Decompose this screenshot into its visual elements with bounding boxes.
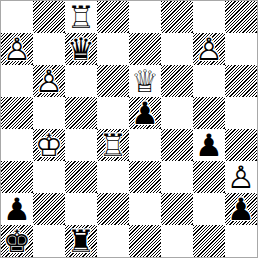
square-c8[interactable]: ♜♖	[65, 1, 97, 33]
square-d5[interactable]	[97, 97, 129, 129]
piece-white-pawn: ♟♙	[193, 33, 225, 65]
square-c4[interactable]	[65, 129, 97, 161]
piece-white-king: ♚♔	[33, 129, 65, 161]
square-d3[interactable]	[97, 161, 129, 193]
square-f8[interactable]	[161, 1, 193, 33]
square-d7[interactable]	[97, 33, 129, 65]
square-f7[interactable]	[161, 33, 193, 65]
square-d4[interactable]: ♜♖	[97, 129, 129, 161]
square-c7[interactable]: ♛	[65, 33, 97, 65]
piece-white-rook: ♜♖	[97, 129, 129, 161]
square-b6[interactable]: ♟♙	[33, 65, 65, 97]
square-g2[interactable]	[193, 193, 225, 225]
square-h1[interactable]	[225, 225, 257, 257]
square-f5[interactable]	[161, 97, 193, 129]
square-a2[interactable]: ♟	[1, 193, 33, 225]
square-e3[interactable]	[129, 161, 161, 193]
piece-black-king: ♚	[1, 225, 33, 257]
piece-white-rook: ♜♖	[65, 1, 97, 33]
square-b1[interactable]	[33, 225, 65, 257]
piece-white-pawn: ♟♙	[225, 161, 257, 193]
square-h5[interactable]	[225, 97, 257, 129]
square-b3[interactable]	[33, 161, 65, 193]
square-c5[interactable]	[65, 97, 97, 129]
square-c6[interactable]	[65, 65, 97, 97]
square-b7[interactable]	[33, 33, 65, 65]
square-h7[interactable]	[225, 33, 257, 65]
square-h3[interactable]: ♟♙	[225, 161, 257, 193]
square-e5[interactable]: ♟	[129, 97, 161, 129]
chess-board: ♜♖♟♙♛♟♙♟♙♛♕♟♚♔♜♖♟♟♙♟♟♚♜	[0, 0, 258, 258]
square-h4[interactable]	[225, 129, 257, 161]
square-c2[interactable]	[65, 193, 97, 225]
square-e1[interactable]	[129, 225, 161, 257]
piece-white-pawn: ♟♙	[33, 65, 65, 97]
square-a3[interactable]	[1, 161, 33, 193]
square-g1[interactable]	[193, 225, 225, 257]
square-h8[interactable]	[225, 1, 257, 33]
square-f4[interactable]	[161, 129, 193, 161]
square-g3[interactable]	[193, 161, 225, 193]
square-g7[interactable]: ♟♙	[193, 33, 225, 65]
square-e8[interactable]	[129, 1, 161, 33]
square-e2[interactable]	[129, 193, 161, 225]
square-b4[interactable]: ♚♔	[33, 129, 65, 161]
square-e4[interactable]	[129, 129, 161, 161]
piece-white-queen: ♛♕	[129, 65, 161, 97]
piece-white-pawn: ♟♙	[1, 33, 33, 65]
piece-black-queen: ♛	[65, 33, 97, 65]
square-a4[interactable]	[1, 129, 33, 161]
square-h2[interactable]: ♟	[225, 193, 257, 225]
square-g6[interactable]	[193, 65, 225, 97]
piece-black-pawn: ♟	[129, 97, 161, 129]
piece-black-pawn: ♟	[193, 129, 225, 161]
square-a6[interactable]	[1, 65, 33, 97]
piece-black-rook: ♜	[65, 225, 97, 257]
square-b8[interactable]	[33, 1, 65, 33]
square-a5[interactable]	[1, 97, 33, 129]
square-e6[interactable]: ♛♕	[129, 65, 161, 97]
square-g4[interactable]: ♟	[193, 129, 225, 161]
piece-black-pawn: ♟	[225, 193, 257, 225]
square-d1[interactable]	[97, 225, 129, 257]
square-d2[interactable]	[97, 193, 129, 225]
square-b5[interactable]	[33, 97, 65, 129]
square-c1[interactable]: ♜	[65, 225, 97, 257]
square-f6[interactable]	[161, 65, 193, 97]
square-f2[interactable]	[161, 193, 193, 225]
square-a7[interactable]: ♟♙	[1, 33, 33, 65]
square-d8[interactable]	[97, 1, 129, 33]
square-a1[interactable]: ♚	[1, 225, 33, 257]
piece-black-pawn: ♟	[1, 193, 33, 225]
square-g8[interactable]	[193, 1, 225, 33]
square-d6[interactable]	[97, 65, 129, 97]
square-g5[interactable]	[193, 97, 225, 129]
square-e7[interactable]	[129, 33, 161, 65]
square-a8[interactable]	[1, 1, 33, 33]
square-b2[interactable]	[33, 193, 65, 225]
square-f3[interactable]	[161, 161, 193, 193]
square-c3[interactable]	[65, 161, 97, 193]
square-h6[interactable]	[225, 65, 257, 97]
square-f1[interactable]	[161, 225, 193, 257]
